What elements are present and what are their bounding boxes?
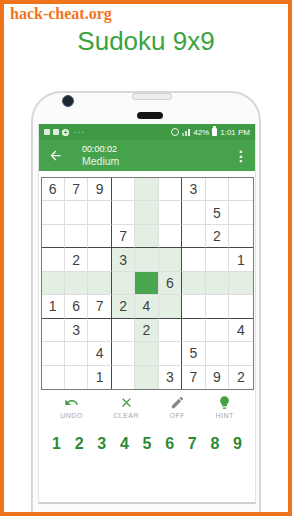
sudoku-cell-r4c2[interactable]: 2 — [65, 248, 88, 271]
sudoku-cell-r1c4[interactable] — [112, 178, 135, 201]
sudoku-cell-r4c9[interactable]: 1 — [229, 248, 252, 271]
sudoku-cell-r4c8[interactable] — [206, 248, 229, 271]
sudoku-cell-r6c4[interactable]: 2 — [112, 295, 135, 318]
signal-icon — [182, 129, 190, 136]
clear-label: CLEAR — [113, 412, 139, 419]
app-bar: 00:00:02 Medium ⋮ — [39, 140, 255, 171]
sudoku-cell-r7c3[interactable] — [88, 319, 111, 342]
sudoku-cell-r6c2[interactable]: 6 — [65, 295, 88, 318]
sudoku-cell-r3c3[interactable] — [88, 225, 111, 248]
clear-button[interactable]: CLEAR — [113, 395, 139, 419]
numpad-digit-2[interactable]: 2 — [75, 435, 84, 453]
sudoku-cell-r7c2[interactable]: 3 — [65, 319, 88, 342]
clock-time: 1:01 PM — [220, 128, 250, 137]
sudoku-cell-r2c3[interactable] — [88, 201, 111, 224]
sudoku-cell-r3c9[interactable] — [229, 225, 252, 248]
sudoku-cell-r1c5[interactable] — [135, 178, 158, 201]
undo-button[interactable]: UNDO — [60, 395, 83, 419]
alarm-icon — [171, 128, 179, 136]
sudoku-cell-r2c8[interactable]: 5 — [206, 201, 229, 224]
plus-circle-icon: + — [62, 129, 69, 136]
pencil-icon — [170, 395, 185, 410]
sudoku-cell-r8c4[interactable] — [112, 342, 135, 365]
game-timer: 00:00:02 — [82, 144, 119, 155]
numpad-digit-4[interactable]: 4 — [120, 435, 129, 453]
sudoku-cell-r5c5[interactable] — [135, 272, 158, 295]
sudoku-cell-r5c6[interactable]: 6 — [159, 272, 182, 295]
sudoku-cell-r5c8[interactable] — [206, 272, 229, 295]
sudoku-cell-r4c5[interactable] — [135, 248, 158, 271]
sudoku-cell-r8c1[interactable] — [42, 342, 65, 365]
sudoku-cell-r5c9[interactable] — [229, 272, 252, 295]
sudoku-cell-r1c6[interactable] — [159, 178, 182, 201]
numpad-digit-1[interactable]: 1 — [52, 435, 61, 453]
numpad-digit-3[interactable]: 3 — [97, 435, 106, 453]
sudoku-cell-r6c6[interactable] — [159, 295, 182, 318]
battery-percent: 42% — [193, 128, 209, 137]
sudoku-cell-r9c2[interactable] — [65, 366, 88, 389]
sudoku-cell-r2c4[interactable] — [112, 201, 135, 224]
sudoku-cell-r3c1[interactable] — [42, 225, 65, 248]
sudoku-cell-r7c6[interactable] — [159, 319, 182, 342]
sudoku-cell-r2c9[interactable] — [229, 201, 252, 224]
sudoku-cell-r6c3[interactable]: 7 — [88, 295, 111, 318]
sudoku-cell-r8c7[interactable]: 5 — [182, 342, 205, 365]
numpad-digit-8[interactable]: 8 — [210, 435, 219, 453]
frame: hack-cheat.org Sudoku 9x9 + ··· 42% 1:01… — [0, 0, 292, 516]
back-button[interactable] — [48, 148, 63, 163]
sudoku-cell-r3c2[interactable] — [65, 225, 88, 248]
undo-icon — [64, 395, 79, 410]
sudoku-cell-r3c4[interactable]: 7 — [112, 225, 135, 248]
hint-label: HINT — [215, 412, 233, 419]
sudoku-cell-r9c1[interactable] — [42, 366, 65, 389]
sudoku-cell-r8c3[interactable]: 4 — [88, 342, 111, 365]
toolbar: UNDO CLEAR OFF HINT — [39, 395, 255, 419]
sudoku-cell-r9c7[interactable]: 7 — [182, 366, 205, 389]
sudoku-cell-r3c8[interactable]: 2 — [206, 225, 229, 248]
sudoku-cell-r3c6[interactable] — [159, 225, 182, 248]
overflow-menu-icon[interactable]: ⋮ — [234, 149, 248, 163]
sudoku-cell-r4c1[interactable] — [42, 248, 65, 271]
phone-mockup: + ··· 42% 1:01 PM 00:00:02 Medium — [31, 91, 261, 516]
sudoku-cell-r1c1[interactable]: 6 — [42, 178, 65, 201]
sudoku-cell-r4c3[interactable] — [88, 248, 111, 271]
sudoku-cell-r7c8[interactable] — [206, 319, 229, 342]
status-bar: + ··· 42% 1:01 PM — [39, 124, 255, 140]
sudoku-cell-r1c8[interactable] — [206, 178, 229, 201]
sudoku-cell-r5c7[interactable] — [182, 272, 205, 295]
sudoku-cell-r8c8[interactable] — [206, 342, 229, 365]
sudoku-cell-r9c4[interactable] — [112, 366, 135, 389]
chat-icon — [53, 129, 59, 135]
sudoku-cell-r3c7[interactable] — [182, 225, 205, 248]
clear-icon — [119, 395, 134, 410]
battery-icon — [212, 128, 217, 136]
sudoku-cell-r8c9[interactable] — [229, 342, 252, 365]
sudoku-cell-r9c6[interactable]: 3 — [159, 366, 182, 389]
phone-screen: + ··· 42% 1:01 PM 00:00:02 Medium — [38, 124, 256, 504]
sudoku-cell-r1c3[interactable]: 9 — [88, 178, 111, 201]
difficulty-label: Medium — [82, 155, 119, 168]
sudoku-cell-r5c3[interactable] — [88, 272, 111, 295]
sudoku-cell-r9c8[interactable]: 9 — [206, 366, 229, 389]
sudoku-cell-r2c1[interactable] — [42, 201, 65, 224]
speaker-grill-icon — [132, 93, 172, 100]
sudoku-cell-r7c4[interactable] — [112, 319, 135, 342]
sudoku-cell-r6c5[interactable]: 4 — [135, 295, 158, 318]
sudoku-cell-r5c2[interactable] — [65, 272, 88, 295]
back-arrow-icon — [48, 148, 63, 163]
camera-dot-icon — [62, 95, 74, 107]
sudoku-cell-r2c7[interactable] — [182, 201, 205, 224]
sudoku-cell-r5c4[interactable] — [112, 272, 135, 295]
sudoku-cell-r4c4[interactable]: 3 — [112, 248, 135, 271]
hint-button[interactable]: HINT — [215, 395, 233, 419]
sudoku-cell-r6c7[interactable] — [182, 295, 205, 318]
sudoku-cell-r9c9[interactable]: 2 — [229, 366, 252, 389]
sudoku-cell-r5c1[interactable] — [42, 272, 65, 295]
sudoku-cell-r8c5[interactable] — [135, 342, 158, 365]
pencil-toggle-button[interactable]: OFF — [170, 395, 186, 419]
sudoku-cell-r7c7[interactable] — [182, 319, 205, 342]
sudoku-cell-r2c5[interactable] — [135, 201, 158, 224]
numpad-digit-7[interactable]: 7 — [188, 435, 197, 453]
sudoku-cell-r9c3[interactable]: 1 — [88, 366, 111, 389]
page-title: Sudoku 9x9 — [4, 26, 288, 57]
undo-label: UNDO — [60, 412, 83, 419]
watermark-text: hack-cheat.org — [10, 5, 112, 23]
sudoku-cell-r1c2[interactable]: 7 — [65, 178, 88, 201]
numpad-digit-6[interactable]: 6 — [165, 435, 174, 453]
sudoku-cell-r8c6[interactable] — [159, 342, 182, 365]
sudoku-cell-r6c8[interactable] — [206, 295, 229, 318]
sudoku-cell-r2c2[interactable] — [65, 201, 88, 224]
sudoku-cell-r6c9[interactable] — [229, 295, 252, 318]
sudoku-cell-r1c7[interactable]: 3 — [182, 178, 205, 201]
sudoku-cell-r3c5[interactable] — [135, 225, 158, 248]
speaker-slot-icon — [137, 112, 163, 119]
sudoku-cell-r9c5[interactable] — [135, 366, 158, 389]
sudoku-cell-r1c9[interactable] — [229, 178, 252, 201]
sudoku-cell-r7c1[interactable] — [42, 319, 65, 342]
sudoku-cell-r6c1[interactable]: 1 — [42, 295, 65, 318]
numpad-digit-9[interactable]: 9 — [233, 435, 242, 453]
sudoku-cell-r7c5[interactable]: 2 — [135, 319, 158, 342]
photo-icon — [44, 129, 50, 135]
pencil-label: OFF — [170, 412, 186, 419]
numpad-digit-5[interactable]: 5 — [143, 435, 152, 453]
hint-icon — [217, 395, 232, 410]
sudoku-cell-r2c6[interactable] — [159, 201, 182, 224]
sudoku-cell-r7c9[interactable]: 4 — [229, 319, 252, 342]
sudoku-cell-r4c6[interactable] — [159, 248, 182, 271]
sudoku-cell-r8c2[interactable] — [65, 342, 88, 365]
ellipsis-icon: ··· — [74, 128, 85, 137]
sudoku-grid: 67935722316167243244513792 — [41, 177, 254, 390]
numpad: 1 2 3 4 5 6 7 8 9 — [39, 435, 255, 453]
sudoku-cell-r4c7[interactable] — [182, 248, 205, 271]
